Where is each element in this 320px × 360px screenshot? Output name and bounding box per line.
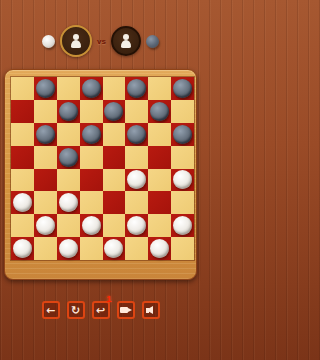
square-h5 <box>171 146 194 169</box>
record-button[interactable] <box>117 301 135 319</box>
square-f7 <box>125 100 148 123</box>
sound-button[interactable] <box>142 301 160 319</box>
square-f2[interactable] <box>125 214 148 237</box>
black-piece[interactable] <box>59 102 78 121</box>
white-piece[interactable] <box>173 170 192 189</box>
white-piece[interactable] <box>104 239 123 258</box>
black-piece[interactable] <box>36 125 55 144</box>
square-a2 <box>11 214 34 237</box>
square-c1[interactable] <box>57 237 80 260</box>
video-camera-icon <box>120 307 128 313</box>
black-checker-icon <box>146 35 159 48</box>
square-c7[interactable] <box>57 100 80 123</box>
square-d4[interactable] <box>80 169 103 192</box>
square-h4[interactable] <box>171 169 194 192</box>
square-b4[interactable] <box>34 169 57 192</box>
undo-icon: ↩ <box>96 304 105 315</box>
square-c4 <box>57 169 80 192</box>
square-e7[interactable] <box>103 100 126 123</box>
white-piece[interactable] <box>13 193 32 212</box>
black-piece[interactable] <box>104 102 123 121</box>
square-e4 <box>103 169 126 192</box>
square-a6 <box>11 123 34 146</box>
square-e6 <box>103 123 126 146</box>
toolbar: ← ↻ ↩ 1 <box>0 301 201 319</box>
square-b8[interactable] <box>34 77 57 100</box>
square-b5 <box>34 146 57 169</box>
white-piece[interactable] <box>82 216 101 235</box>
square-h6[interactable] <box>171 123 194 146</box>
square-d1 <box>80 237 103 260</box>
square-a7[interactable] <box>11 100 34 123</box>
back-arrow-icon: ← <box>46 304 55 315</box>
square-g2 <box>148 214 171 237</box>
restart-icon: ↻ <box>71 304 80 315</box>
black-piece[interactable] <box>173 125 192 144</box>
square-g7[interactable] <box>148 100 171 123</box>
square-d2[interactable] <box>80 214 103 237</box>
white-piece[interactable] <box>127 216 146 235</box>
black-piece[interactable] <box>82 79 101 98</box>
white-piece[interactable] <box>173 216 192 235</box>
square-h7 <box>171 100 194 123</box>
square-d8[interactable] <box>80 77 103 100</box>
white-piece[interactable] <box>36 216 55 235</box>
white-piece[interactable] <box>13 239 32 258</box>
square-d3 <box>80 191 103 214</box>
square-f1 <box>125 237 148 260</box>
square-a1[interactable] <box>11 237 34 260</box>
square-f3 <box>125 191 148 214</box>
white-checker-icon <box>42 35 55 48</box>
black-piece[interactable] <box>127 79 146 98</box>
black-piece[interactable] <box>173 79 192 98</box>
square-b6[interactable] <box>34 123 57 146</box>
square-h1 <box>171 237 194 260</box>
square-d6[interactable] <box>80 123 103 146</box>
square-b2[interactable] <box>34 214 57 237</box>
square-d5 <box>80 146 103 169</box>
square-g8 <box>148 77 171 100</box>
square-g3[interactable] <box>148 191 171 214</box>
square-e3[interactable] <box>103 191 126 214</box>
board <box>4 69 197 280</box>
black-piece[interactable] <box>82 125 101 144</box>
square-c3[interactable] <box>57 191 80 214</box>
player1-avatar[interactable] <box>60 25 92 57</box>
undo-count-badge: 1 <box>106 295 111 304</box>
square-b3 <box>34 191 57 214</box>
square-b7 <box>34 100 57 123</box>
square-h8[interactable] <box>171 77 194 100</box>
square-f8[interactable] <box>125 77 148 100</box>
square-g6 <box>148 123 171 146</box>
white-piece[interactable] <box>150 239 169 258</box>
square-c2 <box>57 214 80 237</box>
square-c5[interactable] <box>57 146 80 169</box>
back-button[interactable]: ← <box>42 301 60 319</box>
square-f5 <box>125 146 148 169</box>
square-h3 <box>171 191 194 214</box>
square-e2 <box>103 214 126 237</box>
square-g5[interactable] <box>148 146 171 169</box>
square-f4[interactable] <box>125 169 148 192</box>
speaker-icon <box>146 306 153 314</box>
restart-button[interactable]: ↻ <box>67 301 85 319</box>
person-icon <box>68 33 84 49</box>
square-g1[interactable] <box>148 237 171 260</box>
square-a5[interactable] <box>11 146 34 169</box>
person-icon <box>118 33 134 49</box>
white-piece[interactable] <box>59 239 78 258</box>
square-c8 <box>57 77 80 100</box>
square-a8 <box>11 77 34 100</box>
white-piece[interactable] <box>127 170 146 189</box>
white-piece[interactable] <box>59 193 78 212</box>
square-a3[interactable] <box>11 191 34 214</box>
player2-avatar[interactable] <box>111 26 141 56</box>
square-f6[interactable] <box>125 123 148 146</box>
square-h2[interactable] <box>171 214 194 237</box>
square-e1[interactable] <box>103 237 126 260</box>
square-a4 <box>11 169 34 192</box>
board-grid <box>10 76 195 261</box>
square-e8 <box>103 77 126 100</box>
square-e5[interactable] <box>103 146 126 169</box>
black-piece[interactable] <box>150 102 169 121</box>
undo-button[interactable]: ↩ 1 <box>92 301 110 319</box>
square-b1 <box>34 237 57 260</box>
black-piece[interactable] <box>36 79 55 98</box>
square-d7 <box>80 100 103 123</box>
black-piece[interactable] <box>127 125 146 144</box>
player-header: vs <box>0 25 201 57</box>
black-piece[interactable] <box>59 148 78 167</box>
square-c6 <box>57 123 80 146</box>
square-g4 <box>148 169 171 192</box>
vs-label: vs <box>97 37 106 46</box>
